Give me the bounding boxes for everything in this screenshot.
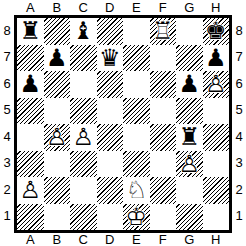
square-b6[interactable] xyxy=(44,71,71,98)
black-piece-glyph: ♟ xyxy=(203,45,230,72)
white-piece-outline-layer: ♙ xyxy=(203,71,230,98)
chess-diagram: ABCDEFGH 87654321 ♜♝♜♖♚♟♛♟♟♟♟♙♟♙♟♙♜♟♙♟♙♞… xyxy=(0,0,246,246)
piece-black-rook: ♜ xyxy=(176,124,203,151)
piece-white-king: ♚♔ xyxy=(123,204,150,231)
square-f4[interactable] xyxy=(150,124,177,151)
square-e8[interactable] xyxy=(123,18,150,45)
white-piece-outline-layer: ♖ xyxy=(150,18,177,45)
file-label-a: A xyxy=(17,232,44,246)
square-h6[interactable]: ♟♙ xyxy=(203,71,230,98)
piece-black-pawn: ♟ xyxy=(203,45,230,72)
square-b1[interactable] xyxy=(44,204,71,231)
piece-white-pawn: ♟♙ xyxy=(176,151,203,178)
piece-black-pawn: ♟ xyxy=(44,45,71,72)
rank-label-5: 5 xyxy=(232,97,246,124)
rank-label-6: 6 xyxy=(0,70,14,97)
black-piece-glyph: ♟ xyxy=(17,71,44,98)
square-g7[interactable] xyxy=(176,45,203,72)
square-b5[interactable] xyxy=(44,98,71,125)
rank-label-7: 7 xyxy=(0,44,14,71)
black-piece-glyph: ♛ xyxy=(97,45,124,72)
square-d8[interactable] xyxy=(97,18,124,45)
rank-label-3: 3 xyxy=(232,150,246,177)
piece-black-pawn: ♟ xyxy=(176,71,203,98)
file-label-h: H xyxy=(203,0,230,14)
square-a1[interactable] xyxy=(17,204,44,231)
piece-white-pawn: ♟♙ xyxy=(70,124,97,151)
square-f6[interactable] xyxy=(150,71,177,98)
square-e3[interactable] xyxy=(123,151,150,178)
white-piece-outline-layer: ♙ xyxy=(17,177,44,204)
square-g4[interactable]: ♜ xyxy=(176,124,203,151)
square-b3[interactable] xyxy=(44,151,71,178)
square-g3[interactable]: ♟♙ xyxy=(176,151,203,178)
square-a2[interactable]: ♟♙ xyxy=(17,177,44,204)
file-label-f: F xyxy=(150,232,177,246)
rank-label-8: 8 xyxy=(0,17,14,44)
square-b4[interactable]: ♟♙ xyxy=(44,124,71,151)
square-e2[interactable]: ♞♘ xyxy=(123,177,150,204)
piece-black-queen: ♛ xyxy=(97,45,124,72)
piece-black-bishop: ♝ xyxy=(70,18,97,45)
rank-label-8: 8 xyxy=(232,17,246,44)
rank-labels-left: 87654321 xyxy=(0,17,14,229)
square-e1[interactable]: ♚♔ xyxy=(123,204,150,231)
file-label-a: A xyxy=(17,0,44,14)
square-d3[interactable] xyxy=(97,151,124,178)
square-c4[interactable]: ♟♙ xyxy=(70,124,97,151)
rank-label-1: 1 xyxy=(232,203,246,230)
square-h4[interactable] xyxy=(203,124,230,151)
square-g1[interactable] xyxy=(176,204,203,231)
square-a7[interactable] xyxy=(17,45,44,72)
white-piece-outline-layer: ♙ xyxy=(70,124,97,151)
square-h3[interactable] xyxy=(203,151,230,178)
rank-label-4: 4 xyxy=(232,123,246,150)
file-labels-top: ABCDEFGH xyxy=(17,0,229,14)
square-c8[interactable]: ♝ xyxy=(70,18,97,45)
square-e7[interactable] xyxy=(123,45,150,72)
file-label-g: G xyxy=(176,0,203,14)
square-h2[interactable] xyxy=(203,177,230,204)
piece-white-knight: ♞♘ xyxy=(123,177,150,204)
square-c5[interactable] xyxy=(70,98,97,125)
chess-board: ♜♝♜♖♚♟♛♟♟♟♟♙♟♙♟♙♜♟♙♟♙♞♘♚♔ xyxy=(14,15,232,233)
rank-label-6: 6 xyxy=(232,70,246,97)
square-g5[interactable] xyxy=(176,98,203,125)
white-piece-outline-layer: ♙ xyxy=(176,151,203,178)
white-piece-outline-layer: ♔ xyxy=(123,204,150,231)
rank-label-1: 1 xyxy=(0,203,14,230)
rank-label-2: 2 xyxy=(232,176,246,203)
square-c6[interactable] xyxy=(70,71,97,98)
square-c7[interactable] xyxy=(70,45,97,72)
square-a8[interactable]: ♜ xyxy=(17,18,44,45)
square-b8[interactable] xyxy=(44,18,71,45)
square-h8[interactable]: ♚ xyxy=(203,18,230,45)
square-d1[interactable] xyxy=(97,204,124,231)
square-d2[interactable] xyxy=(97,177,124,204)
file-label-g: G xyxy=(176,232,203,246)
square-f1[interactable] xyxy=(150,204,177,231)
black-piece-glyph: ♚ xyxy=(203,18,230,45)
rank-label-3: 3 xyxy=(0,150,14,177)
file-labels-bottom: ABCDEFGH xyxy=(17,232,229,246)
square-g2[interactable] xyxy=(176,177,203,204)
square-e6[interactable] xyxy=(123,71,150,98)
file-label-c: C xyxy=(70,0,97,14)
square-g8[interactable] xyxy=(176,18,203,45)
square-f5[interactable] xyxy=(150,98,177,125)
square-d7[interactable]: ♛ xyxy=(97,45,124,72)
square-a6[interactable]: ♟ xyxy=(17,71,44,98)
square-e5[interactable] xyxy=(123,98,150,125)
black-piece-glyph: ♟ xyxy=(44,45,71,72)
black-piece-glyph: ♜ xyxy=(17,18,44,45)
square-f2[interactable] xyxy=(150,177,177,204)
black-piece-glyph: ♝ xyxy=(70,18,97,45)
square-c1[interactable] xyxy=(70,204,97,231)
square-a3[interactable] xyxy=(17,151,44,178)
piece-white-pawn: ♟♙ xyxy=(203,71,230,98)
square-d5[interactable] xyxy=(97,98,124,125)
piece-white-pawn: ♟♙ xyxy=(17,177,44,204)
rank-label-2: 2 xyxy=(0,176,14,203)
white-piece-outline-layer: ♘ xyxy=(123,177,150,204)
file-label-h: H xyxy=(203,232,230,246)
file-label-d: D xyxy=(97,0,124,14)
file-label-e: E xyxy=(123,232,150,246)
file-label-b: B xyxy=(44,0,71,14)
square-b2[interactable] xyxy=(44,177,71,204)
file-label-b: B xyxy=(44,232,71,246)
square-h1[interactable] xyxy=(203,204,230,231)
square-e4[interactable] xyxy=(123,124,150,151)
file-label-d: D xyxy=(97,232,124,246)
piece-white-rook: ♜♖ xyxy=(150,18,177,45)
square-d6[interactable] xyxy=(97,71,124,98)
file-label-f: F xyxy=(150,0,177,14)
piece-black-rook: ♜ xyxy=(17,18,44,45)
rank-label-4: 4 xyxy=(0,123,14,150)
square-h7[interactable]: ♟ xyxy=(203,45,230,72)
square-f8[interactable]: ♜♖ xyxy=(150,18,177,45)
piece-black-pawn: ♟ xyxy=(17,71,44,98)
square-g6[interactable]: ♟ xyxy=(176,71,203,98)
file-label-c: C xyxy=(70,232,97,246)
square-f7[interactable] xyxy=(150,45,177,72)
square-c3[interactable] xyxy=(70,151,97,178)
black-piece-glyph: ♟ xyxy=(176,71,203,98)
white-piece-outline-layer: ♙ xyxy=(44,124,71,151)
square-h5[interactable] xyxy=(203,98,230,125)
file-label-e: E xyxy=(123,0,150,14)
rank-label-7: 7 xyxy=(232,44,246,71)
rank-labels-right: 87654321 xyxy=(232,17,246,229)
square-a5[interactable] xyxy=(17,98,44,125)
black-piece-glyph: ♜ xyxy=(176,124,203,151)
rank-label-5: 5 xyxy=(0,97,14,124)
square-b7[interactable]: ♟ xyxy=(44,45,71,72)
piece-black-king: ♚ xyxy=(203,18,230,45)
square-f3[interactable] xyxy=(150,151,177,178)
square-a4[interactable] xyxy=(17,124,44,151)
square-d4[interactable] xyxy=(97,124,124,151)
square-c2[interactable] xyxy=(70,177,97,204)
piece-white-pawn: ♟♙ xyxy=(44,124,71,151)
